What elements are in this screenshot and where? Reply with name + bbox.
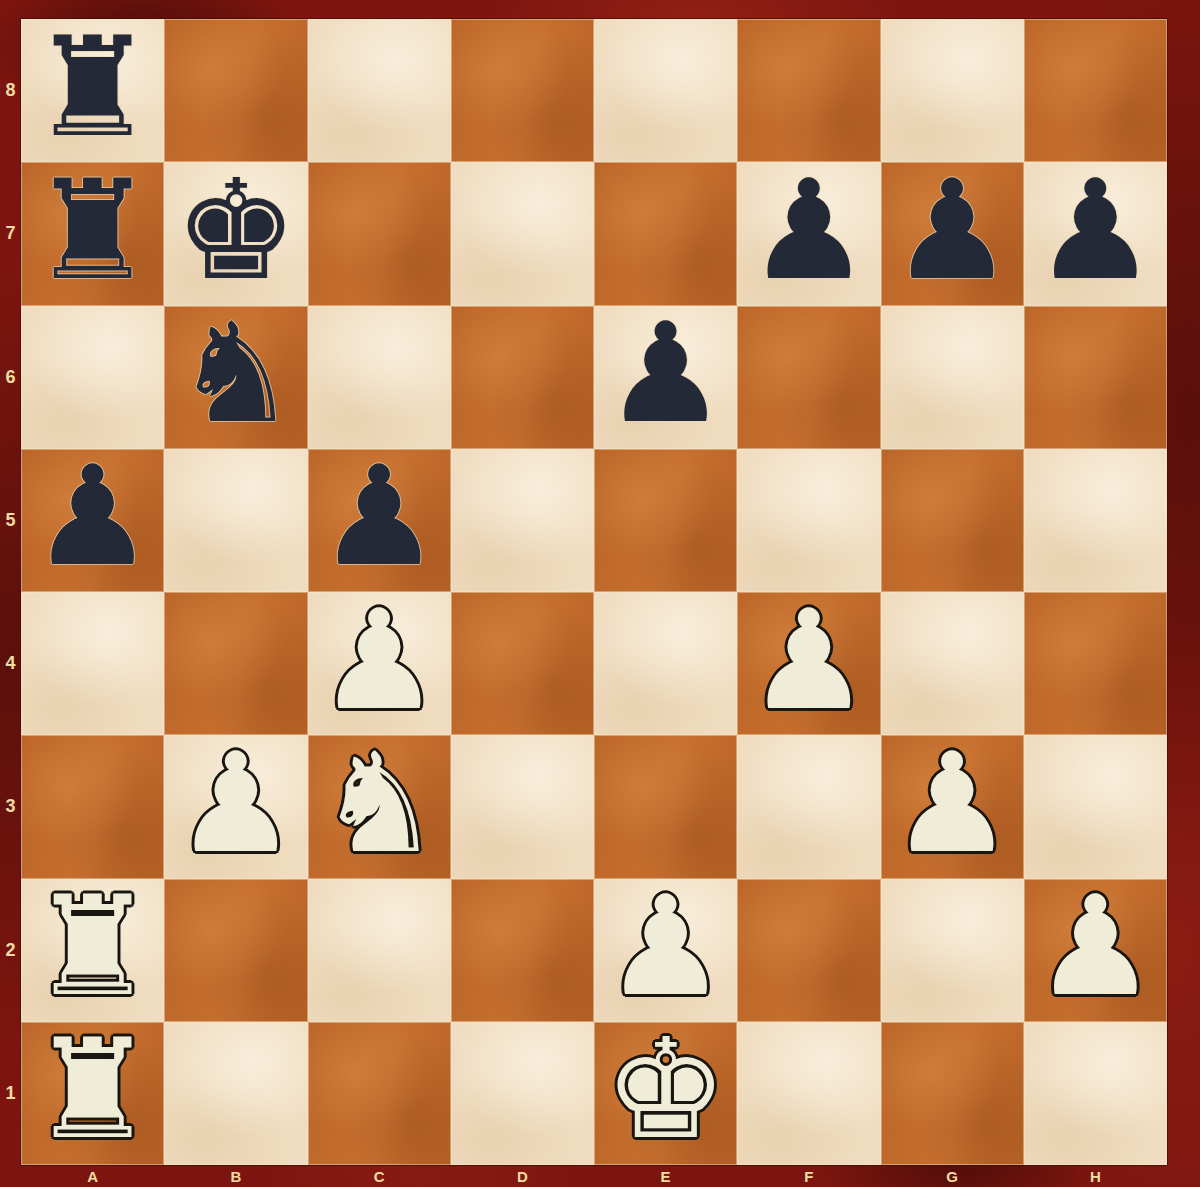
square-e8[interactable]	[594, 19, 737, 162]
square-e2[interactable]: ♟	[594, 879, 737, 1022]
rank-label-7: 7	[0, 162, 21, 305]
file-label-h: H	[1024, 1165, 1167, 1187]
rank-label-2: 2	[0, 879, 21, 1022]
piece-white-king[interactable]: ♚	[604, 1021, 728, 1159]
square-b6[interactable]: ♞	[164, 306, 307, 449]
square-f4[interactable]: ♟	[737, 592, 880, 735]
piece-black-pawn[interactable]: ♟	[31, 448, 155, 586]
piece-black-pawn[interactable]: ♟	[317, 448, 441, 586]
square-h2[interactable]: ♟	[1024, 879, 1167, 1022]
square-e4[interactable]	[594, 592, 737, 735]
file-label-g: G	[881, 1165, 1024, 1187]
square-a3[interactable]	[21, 735, 164, 878]
square-d1[interactable]	[451, 1022, 594, 1165]
square-f1[interactable]	[737, 1022, 880, 1165]
piece-white-pawn[interactable]: ♟	[317, 592, 441, 730]
square-d2[interactable]	[451, 879, 594, 1022]
square-d6[interactable]	[451, 306, 594, 449]
square-g5[interactable]	[881, 449, 1024, 592]
square-d7[interactable]	[451, 162, 594, 305]
piece-black-pawn[interactable]: ♟	[747, 162, 871, 300]
file-label-b: B	[164, 1165, 307, 1187]
square-g7[interactable]: ♟	[881, 162, 1024, 305]
rank-label-4: 4	[0, 592, 21, 735]
piece-black-rook[interactable]: ♜	[31, 162, 155, 300]
square-b4[interactable]	[164, 592, 307, 735]
rank-label-8: 8	[0, 19, 21, 162]
file-labels: ABCDEFGH	[21, 1165, 1167, 1187]
square-f7[interactable]: ♟	[737, 162, 880, 305]
piece-black-pawn[interactable]: ♟	[890, 162, 1014, 300]
square-d4[interactable]	[451, 592, 594, 735]
piece-white-pawn[interactable]: ♟	[747, 592, 871, 730]
square-e1[interactable]: ♚	[594, 1022, 737, 1165]
square-c3[interactable]: ♞	[308, 735, 451, 878]
square-c1[interactable]	[308, 1022, 451, 1165]
square-a6[interactable]	[21, 306, 164, 449]
square-a2[interactable]: ♜	[21, 879, 164, 1022]
square-g1[interactable]	[881, 1022, 1024, 1165]
square-c6[interactable]	[308, 306, 451, 449]
piece-black-pawn[interactable]: ♟	[604, 305, 728, 443]
square-b7[interactable]: ♚	[164, 162, 307, 305]
file-label-e: E	[594, 1165, 737, 1187]
square-g2[interactable]	[881, 879, 1024, 1022]
rank-labels: 87654321	[0, 19, 21, 1165]
piece-black-knight[interactable]: ♞	[174, 305, 298, 443]
square-a4[interactable]	[21, 592, 164, 735]
file-label-c: C	[308, 1165, 451, 1187]
square-a7[interactable]: ♜	[21, 162, 164, 305]
square-g8[interactable]	[881, 19, 1024, 162]
square-b5[interactable]	[164, 449, 307, 592]
square-d3[interactable]	[451, 735, 594, 878]
piece-white-pawn[interactable]: ♟	[1034, 878, 1158, 1016]
file-label-a: A	[21, 1165, 164, 1187]
rank-label-6: 6	[0, 306, 21, 449]
square-h5[interactable]	[1024, 449, 1167, 592]
square-d5[interactable]	[451, 449, 594, 592]
square-c7[interactable]	[308, 162, 451, 305]
square-e7[interactable]	[594, 162, 737, 305]
rank-label-1: 1	[0, 1022, 21, 1165]
square-d8[interactable]	[451, 19, 594, 162]
square-f5[interactable]	[737, 449, 880, 592]
square-e5[interactable]	[594, 449, 737, 592]
square-h3[interactable]	[1024, 735, 1167, 878]
square-g4[interactable]	[881, 592, 1024, 735]
square-f3[interactable]	[737, 735, 880, 878]
piece-white-pawn[interactable]: ♟	[890, 735, 1014, 873]
square-h6[interactable]	[1024, 306, 1167, 449]
square-f8[interactable]	[737, 19, 880, 162]
rank-label-5: 5	[0, 449, 21, 592]
square-h1[interactable]	[1024, 1022, 1167, 1165]
piece-black-king[interactable]: ♚	[174, 162, 298, 300]
square-c8[interactable]	[308, 19, 451, 162]
square-h4[interactable]	[1024, 592, 1167, 735]
square-e3[interactable]	[594, 735, 737, 878]
chess-board: ♜♜♚♟♟♟♞♟♟♟♟♟♟♞♟♜♟♟♜♚	[21, 19, 1167, 1165]
square-g3[interactable]: ♟	[881, 735, 1024, 878]
square-h8[interactable]	[1024, 19, 1167, 162]
file-label-d: D	[451, 1165, 594, 1187]
piece-white-knight[interactable]: ♞	[317, 735, 441, 873]
square-f2[interactable]	[737, 879, 880, 1022]
file-label-f: F	[737, 1165, 880, 1187]
board-frame: 87654321 ♜♜♚♟♟♟♞♟♟♟♟♟♟♞♟♜♟♟♜♚ ABCDEFGH	[0, 0, 1200, 1187]
square-a1[interactable]: ♜	[21, 1022, 164, 1165]
piece-black-pawn[interactable]: ♟	[1034, 162, 1158, 300]
square-b2[interactable]	[164, 879, 307, 1022]
square-c5[interactable]: ♟	[308, 449, 451, 592]
rank-label-3: 3	[0, 735, 21, 878]
square-b8[interactable]	[164, 19, 307, 162]
piece-black-rook[interactable]: ♜	[31, 19, 155, 157]
square-b3[interactable]: ♟	[164, 735, 307, 878]
square-g6[interactable]	[881, 306, 1024, 449]
square-c4[interactable]: ♟	[308, 592, 451, 735]
piece-white-pawn[interactable]: ♟	[604, 878, 728, 1016]
piece-white-rook[interactable]: ♜	[31, 1021, 155, 1159]
square-h7[interactable]: ♟	[1024, 162, 1167, 305]
piece-white-rook[interactable]: ♜	[31, 878, 155, 1016]
square-b1[interactable]	[164, 1022, 307, 1165]
square-e6[interactable]: ♟	[594, 306, 737, 449]
square-f6[interactable]	[737, 306, 880, 449]
square-c2[interactable]	[308, 879, 451, 1022]
square-a5[interactable]: ♟	[21, 449, 164, 592]
square-a8[interactable]: ♜	[21, 19, 164, 162]
piece-white-pawn[interactable]: ♟	[174, 735, 298, 873]
